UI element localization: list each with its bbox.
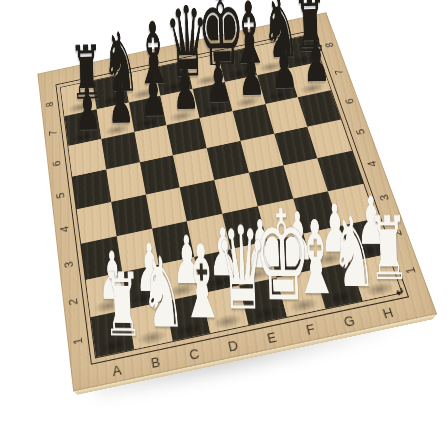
chess-set-photo: ♜♞♝♛♚♝♞♜♟♟♟♟♟♟♟♟♟♟♟♟♟♟♟♟♜♞♝♛♚♝♞♜ 8765432…: [0, 0, 448, 448]
camera-tilt-wrapper: ♜♞♝♛♚♝♞♜♟♟♟♟♟♟♟♟♟♟♟♟♟♟♟♟♜♞♝♛♚♝♞♜ 8765432…: [0, 0, 448, 448]
board-top-face: ♜♞♝♛♚♝♞♜♟♟♟♟♟♟♟♟♟♟♟♟♟♟♟♟♜♞♝♛♚♝♞♜ 8765432…: [37, 12, 437, 391]
piece-black-pawn[interactable]: ♟: [172, 62, 191, 116]
piece-black-pawn[interactable]: ♟: [74, 83, 92, 137]
piece-black-pawn[interactable]: ♟: [237, 48, 256, 102]
piece-black-pawn[interactable]: ♟: [139, 69, 158, 123]
square-b6[interactable]: [101, 132, 139, 170]
wooden-chessboard: ♜♞♝♛♚♝♞♜♟♟♟♟♟♟♟♟♟♟♟♟♟♟♟♟♜♞♝♛♚♝♞♜ 8765432…: [37, 12, 437, 391]
coordinate-label: 3: [50, 251, 88, 278]
piece-black-pawn[interactable]: ♟: [204, 55, 223, 109]
square-e6[interactable]: [199, 111, 240, 148]
square-a1[interactable]: ♜: [91, 310, 134, 358]
piece-black-pawn[interactable]: ♟: [270, 41, 289, 95]
piece-white-rook[interactable]: ♜: [101, 266, 123, 347]
piece-black-pawn[interactable]: ♟: [106, 76, 124, 130]
perspective-scene: ♜♞♝♛♚♝♞♜♟♟♟♟♟♟♟♟♟♟♟♟♟♟♟♟♜♞♝♛♚♝♞♜ 8765432…: [0, 0, 448, 448]
square-a6[interactable]: [68, 139, 106, 177]
